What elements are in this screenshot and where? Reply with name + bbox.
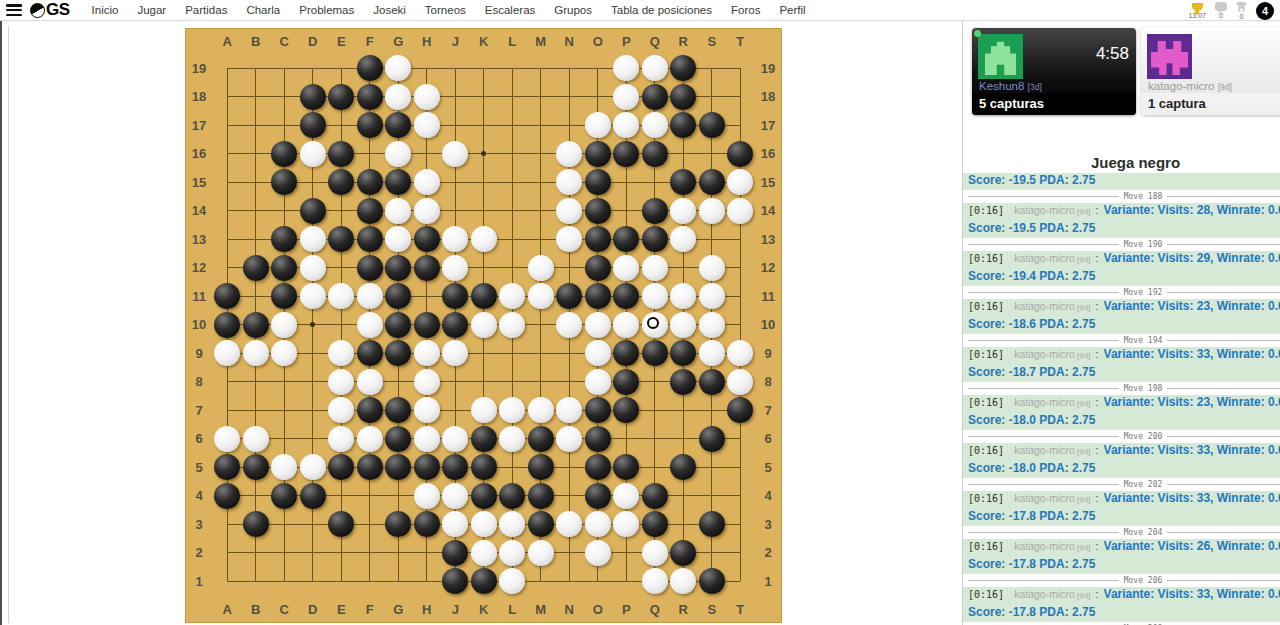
board-point-K11[interactable] [470,282,499,311]
board-point-N8[interactable] [555,368,584,397]
board-point-R9[interactable] [669,339,698,368]
board-point-T16[interactable] [726,140,755,169]
board-point-K13[interactable] [470,225,499,254]
board-point-B8[interactable] [242,368,271,397]
board-point-J2[interactable] [441,539,470,568]
board-point-H13[interactable] [413,225,442,254]
board-point-B12[interactable] [242,254,271,283]
board-point-S16[interactable] [698,140,727,169]
board-point-T4[interactable] [726,482,755,511]
board-point-A10[interactable] [213,311,242,340]
board-point-C9[interactable] [270,339,299,368]
board-point-H4[interactable] [413,482,442,511]
board-point-J3[interactable] [441,510,470,539]
board-point-K15[interactable] [470,168,499,197]
board-point-E19[interactable] [327,54,356,83]
board-point-K5[interactable] [470,453,499,482]
board-point-K2[interactable] [470,539,499,568]
board-point-H1[interactable] [413,567,442,596]
board-point-B7[interactable] [242,396,271,425]
board-point-Q18[interactable] [641,83,670,112]
board-point-S7[interactable] [698,396,727,425]
board-point-T9[interactable] [726,339,755,368]
black-player-card[interactable]: 4:58 Keshun8 [3d] 5 capturas [972,28,1136,115]
variant-link[interactable]: Variante: Visits: 28, Winrate: 0.04, [1104,203,1280,217]
board-point-D16[interactable] [299,140,328,169]
board-point-R15[interactable] [669,168,698,197]
board-point-F8[interactable] [356,368,385,397]
board-point-K14[interactable] [470,197,499,226]
board-point-Q15[interactable] [641,168,670,197]
board-point-G2[interactable] [384,539,413,568]
board-point-A11[interactable] [213,282,242,311]
chat-username[interactable]: katago-micro [1014,396,1075,408]
board-point-P11[interactable] [612,282,641,311]
board-point-D15[interactable] [299,168,328,197]
board-point-M18[interactable] [527,83,556,112]
board-point-F7[interactable] [356,396,385,425]
board-point-H5[interactable] [413,453,442,482]
board-point-E13[interactable] [327,225,356,254]
board-point-N9[interactable] [555,339,584,368]
board-point-L18[interactable] [498,83,527,112]
board-point-B17[interactable] [242,111,271,140]
board-point-N15[interactable] [555,168,584,197]
board-point-O13[interactable] [584,225,613,254]
board-point-R2[interactable] [669,539,698,568]
board-point-C1[interactable] [270,567,299,596]
board-point-E10[interactable] [327,311,356,340]
board-point-P4[interactable] [612,482,641,511]
board-point-T17[interactable] [726,111,755,140]
board-point-K8[interactable] [470,368,499,397]
board-point-M5[interactable] [527,453,556,482]
board-point-G15[interactable] [384,168,413,197]
board-point-K3[interactable] [470,510,499,539]
board-point-T12[interactable] [726,254,755,283]
board-point-S5[interactable] [698,453,727,482]
board-point-N2[interactable] [555,539,584,568]
board-point-A4[interactable] [213,482,242,511]
board-point-F1[interactable] [356,567,385,596]
board-point-Q7[interactable] [641,396,670,425]
board-point-E9[interactable] [327,339,356,368]
board-point-J18[interactable] [441,83,470,112]
board-point-O9[interactable] [584,339,613,368]
board-point-Q9[interactable] [641,339,670,368]
board-point-B16[interactable] [242,140,271,169]
board-point-B15[interactable] [242,168,271,197]
variant-link[interactable]: Variante: Visits: 23, Winrate: 0.03, [1104,395,1280,409]
board-point-A18[interactable] [213,83,242,112]
board-point-L7[interactable] [498,396,527,425]
friends-indicator[interactable]: 0 [1236,2,1247,20]
board-point-R19[interactable] [669,54,698,83]
board-point-A7[interactable] [213,396,242,425]
chat-username[interactable]: katago-micro [1014,252,1075,264]
board-point-N11[interactable] [555,282,584,311]
black-player-name[interactable]: Keshun8 [3d] [979,80,1042,92]
board-point-G14[interactable] [384,197,413,226]
board-point-O18[interactable] [584,83,613,112]
board-point-N3[interactable] [555,510,584,539]
board-point-Q5[interactable] [641,453,670,482]
board-point-M4[interactable] [527,482,556,511]
board-point-E17[interactable] [327,111,356,140]
board-point-D14[interactable] [299,197,328,226]
nav-item-charla[interactable]: Charla [246,4,280,16]
board-point-F9[interactable] [356,339,385,368]
board-point-C3[interactable] [270,510,299,539]
board-point-E6[interactable] [327,425,356,454]
board-point-O2[interactable] [584,539,613,568]
board-point-P14[interactable] [612,197,641,226]
board-point-E14[interactable] [327,197,356,226]
board-point-T19[interactable] [726,54,755,83]
board-point-L19[interactable] [498,54,527,83]
board-point-F6[interactable] [356,425,385,454]
board-point-H15[interactable] [413,168,442,197]
board-point-D3[interactable] [299,510,328,539]
board-point-O4[interactable] [584,482,613,511]
board-point-F18[interactable] [356,83,385,112]
board-point-L1[interactable] [498,567,527,596]
board-point-C6[interactable] [270,425,299,454]
board-point-T5[interactable] [726,453,755,482]
board-point-G6[interactable] [384,425,413,454]
board-point-G12[interactable] [384,254,413,283]
board-point-N10[interactable] [555,311,584,340]
board-point-J16[interactable] [441,140,470,169]
nav-item-jugar[interactable]: Jugar [137,4,166,16]
board-point-L4[interactable] [498,482,527,511]
nav-item-problemas[interactable]: Problemas [299,4,354,16]
board-point-R10[interactable] [669,311,698,340]
board-point-H19[interactable] [413,54,442,83]
board-point-R13[interactable] [669,225,698,254]
board-point-Q16[interactable] [641,140,670,169]
board-point-O16[interactable] [584,140,613,169]
board-point-P6[interactable] [612,425,641,454]
board-point-F4[interactable] [356,482,385,511]
board-point-S9[interactable] [698,339,727,368]
board-point-K17[interactable] [470,111,499,140]
board-point-R16[interactable] [669,140,698,169]
board-point-N1[interactable] [555,567,584,596]
board-point-F11[interactable] [356,282,385,311]
board-point-H7[interactable] [413,396,442,425]
board-point-B10[interactable] [242,311,271,340]
board-point-D10[interactable] [299,311,328,340]
board-point-R14[interactable] [669,197,698,226]
board-point-N4[interactable] [555,482,584,511]
board-point-E12[interactable] [327,254,356,283]
board-point-A8[interactable] [213,368,242,397]
board-point-H18[interactable] [413,83,442,112]
board-point-H3[interactable] [413,510,442,539]
board-point-G10[interactable] [384,311,413,340]
board-point-K9[interactable] [470,339,499,368]
board-point-S19[interactable] [698,54,727,83]
board-point-K19[interactable] [470,54,499,83]
board-point-J14[interactable] [441,197,470,226]
board-point-Q6[interactable] [641,425,670,454]
board-point-L14[interactable] [498,197,527,226]
board-point-A12[interactable] [213,254,242,283]
nav-item-torneos[interactable]: Torneos [425,4,466,16]
board-point-E16[interactable] [327,140,356,169]
board-point-T14[interactable] [726,197,755,226]
board-point-J10[interactable] [441,311,470,340]
board-point-B9[interactable] [242,339,271,368]
board-point-Q2[interactable] [641,539,670,568]
board-point-R11[interactable] [669,282,698,311]
board-point-O17[interactable] [584,111,613,140]
board-point-M3[interactable] [527,510,556,539]
board-point-G17[interactable] [384,111,413,140]
board-point-S4[interactable] [698,482,727,511]
board-point-N6[interactable] [555,425,584,454]
board-point-L11[interactable] [498,282,527,311]
board-point-C7[interactable] [270,396,299,425]
board-point-L5[interactable] [498,453,527,482]
board-point-J6[interactable] [441,425,470,454]
board-point-K1[interactable] [470,567,499,596]
board-point-O5[interactable] [584,453,613,482]
board-point-P12[interactable] [612,254,641,283]
board-point-L9[interactable] [498,339,527,368]
board-point-A17[interactable] [213,111,242,140]
nav-item-foros[interactable]: Foros [731,4,760,16]
board-point-J13[interactable] [441,225,470,254]
board-point-K16[interactable] [470,140,499,169]
board-point-S13[interactable] [698,225,727,254]
board-point-G13[interactable] [384,225,413,254]
board-point-O14[interactable] [584,197,613,226]
board-point-P18[interactable] [612,83,641,112]
board-point-E7[interactable] [327,396,356,425]
board-point-M16[interactable] [527,140,556,169]
board-point-G8[interactable] [384,368,413,397]
nav-item-joseki[interactable]: Joseki [373,4,406,16]
board-point-S18[interactable] [698,83,727,112]
board-point-F17[interactable] [356,111,385,140]
board-point-P19[interactable] [612,54,641,83]
board-point-C5[interactable] [270,453,299,482]
board-point-M14[interactable] [527,197,556,226]
board-point-P9[interactable] [612,339,641,368]
board-point-T2[interactable] [726,539,755,568]
nav-item-inicio[interactable]: Inicio [92,4,119,16]
board-point-S15[interactable] [698,168,727,197]
board-point-N16[interactable] [555,140,584,169]
board-point-B14[interactable] [242,197,271,226]
board-point-N19[interactable] [555,54,584,83]
board-point-Q13[interactable] [641,225,670,254]
nav-item-grupos[interactable]: Grupos [554,4,592,16]
nav-item-tabla-de-posiciones[interactable]: Tabla de posiciones [611,4,712,16]
chat-indicator[interactable]: 0 [1215,2,1227,19]
board-point-D2[interactable] [299,539,328,568]
board-point-J4[interactable] [441,482,470,511]
board-point-D17[interactable] [299,111,328,140]
board-point-O19[interactable] [584,54,613,83]
board-point-E4[interactable] [327,482,356,511]
board-point-C2[interactable] [270,539,299,568]
board-point-N5[interactable] [555,453,584,482]
board-point-H6[interactable] [413,425,442,454]
board-point-B5[interactable] [242,453,271,482]
board-point-N12[interactable] [555,254,584,283]
board-point-S12[interactable] [698,254,727,283]
board-point-S1[interactable] [698,567,727,596]
board-point-T6[interactable] [726,425,755,454]
board-point-N7[interactable] [555,396,584,425]
board-point-C16[interactable] [270,140,299,169]
board-point-A1[interactable] [213,567,242,596]
board-point-T1[interactable] [726,567,755,596]
board-point-G9[interactable] [384,339,413,368]
board-point-B6[interactable] [242,425,271,454]
chat-username[interactable]: katago-micro [1014,444,1075,456]
board-point-R3[interactable] [669,510,698,539]
chat-username[interactable]: katago-micro [1014,540,1075,552]
board-point-D5[interactable] [299,453,328,482]
board-point-Q11[interactable] [641,282,670,311]
board-point-K12[interactable] [470,254,499,283]
board-point-C4[interactable] [270,482,299,511]
board-point-C13[interactable] [270,225,299,254]
board-point-M1[interactable] [527,567,556,596]
board-point-G16[interactable] [384,140,413,169]
board-point-K7[interactable] [470,396,499,425]
board-point-P8[interactable] [612,368,641,397]
board-point-D19[interactable] [299,54,328,83]
board-point-L13[interactable] [498,225,527,254]
board-point-A3[interactable] [213,510,242,539]
board-point-S17[interactable] [698,111,727,140]
board-point-H8[interactable] [413,368,442,397]
board-point-Q17[interactable] [641,111,670,140]
board-point-T8[interactable] [726,368,755,397]
board-point-E18[interactable] [327,83,356,112]
board-point-G11[interactable] [384,282,413,311]
board-point-T15[interactable] [726,168,755,197]
board-point-A6[interactable] [213,425,242,454]
board-point-J19[interactable] [441,54,470,83]
board-point-G5[interactable] [384,453,413,482]
chat-username[interactable]: katago-micro [1014,300,1075,312]
board-point-K4[interactable] [470,482,499,511]
chat-username[interactable]: katago-micro [1014,348,1075,360]
board-point-T11[interactable] [726,282,755,311]
board-point-G3[interactable] [384,510,413,539]
board-point-F5[interactable] [356,453,385,482]
board-point-F10[interactable] [356,311,385,340]
board-point-P7[interactable] [612,396,641,425]
board-point-O11[interactable] [584,282,613,311]
board-point-T18[interactable] [726,83,755,112]
notification-badge[interactable]: 4 [1256,2,1274,20]
board-point-O1[interactable] [584,567,613,596]
board-point-S14[interactable] [698,197,727,226]
board-point-O15[interactable] [584,168,613,197]
board-point-Q12[interactable] [641,254,670,283]
nav-item-partidas[interactable]: Partidas [185,4,227,16]
board-point-K18[interactable] [470,83,499,112]
variant-link[interactable]: Variante: Visits: 26, Winrate: 0.03, [1104,539,1280,553]
board-point-M19[interactable] [527,54,556,83]
board-point-G4[interactable] [384,482,413,511]
board-point-H2[interactable] [413,539,442,568]
board-point-B4[interactable] [242,482,271,511]
board-point-E5[interactable] [327,453,356,482]
board-point-H14[interactable] [413,197,442,226]
board-point-N18[interactable] [555,83,584,112]
ogs-logo[interactable]: GS [30,0,70,20]
board-point-J8[interactable] [441,368,470,397]
board-point-J12[interactable] [441,254,470,283]
board-point-D11[interactable] [299,282,328,311]
board-point-L8[interactable] [498,368,527,397]
board-point-M10[interactable] [527,311,556,340]
nav-item-escaleras[interactable]: Escaleras [485,4,536,16]
board-point-B3[interactable] [242,510,271,539]
board-point-T13[interactable] [726,225,755,254]
board-point-J1[interactable] [441,567,470,596]
white-player-name[interactable]: katago-micro [9d] [1148,80,1232,92]
board-point-M8[interactable] [527,368,556,397]
board-point-T7[interactable] [726,396,755,425]
board-point-M9[interactable] [527,339,556,368]
variant-link[interactable]: Variante: Visits: 23, Winrate: 0.02, [1104,299,1280,313]
board-point-F16[interactable] [356,140,385,169]
board-point-L6[interactable] [498,425,527,454]
board-point-E3[interactable] [327,510,356,539]
board-point-B2[interactable] [242,539,271,568]
board-point-F14[interactable] [356,197,385,226]
board-point-E11[interactable] [327,282,356,311]
board-point-R6[interactable] [669,425,698,454]
board-point-P13[interactable] [612,225,641,254]
board-point-D1[interactable] [299,567,328,596]
board-point-O12[interactable] [584,254,613,283]
board-point-Q8[interactable] [641,368,670,397]
board-point-Q3[interactable] [641,510,670,539]
board-point-B1[interactable] [242,567,271,596]
board-point-M6[interactable] [527,425,556,454]
board-point-L10[interactable] [498,311,527,340]
board-point-J17[interactable] [441,111,470,140]
board-point-B19[interactable] [242,54,271,83]
board-point-C12[interactable] [270,254,299,283]
board-point-M2[interactable] [527,539,556,568]
board-point-D13[interactable] [299,225,328,254]
board-point-N13[interactable] [555,225,584,254]
board-point-P16[interactable] [612,140,641,169]
board-point-L15[interactable] [498,168,527,197]
board-point-R5[interactable] [669,453,698,482]
board-point-M13[interactable] [527,225,556,254]
board-point-Q14[interactable] [641,197,670,226]
board-point-A2[interactable] [213,539,242,568]
board-point-E1[interactable] [327,567,356,596]
tournament-indicator[interactable]: 13:07 [1188,3,1206,19]
board-point-R18[interactable] [669,83,698,112]
board-point-F15[interactable] [356,168,385,197]
board-point-P1[interactable] [612,567,641,596]
chat-username[interactable]: katago-micro [1014,588,1075,600]
